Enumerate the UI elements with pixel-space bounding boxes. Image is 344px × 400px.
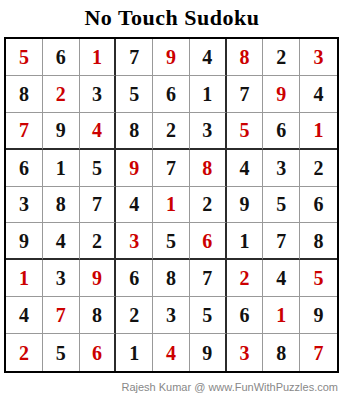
sudoku-board: 5617948238235617947948235616159784323874… xyxy=(4,37,339,373)
cell-r5c9: 6 xyxy=(300,187,337,224)
cell-r7c9: 5 xyxy=(300,260,337,297)
cell-r7c6: 7 xyxy=(190,260,227,297)
cell-r1c3: 1 xyxy=(80,39,117,76)
cell-r8c5: 3 xyxy=(153,297,190,334)
cell-r5c3: 7 xyxy=(80,187,117,224)
cell-r2c9: 4 xyxy=(300,76,337,113)
cell-r8c4: 2 xyxy=(116,297,153,334)
cell-r1c6: 4 xyxy=(190,39,227,76)
puzzle-page: No Touch Sudoku 561794823823561794794823… xyxy=(0,0,344,400)
cell-r6c7: 1 xyxy=(227,223,264,260)
cell-r1c8: 2 xyxy=(263,39,300,76)
cell-r7c5: 8 xyxy=(153,260,190,297)
cell-r8c3: 8 xyxy=(80,297,117,334)
cell-r6c4: 3 xyxy=(116,223,153,260)
cell-r4c7: 4 xyxy=(227,150,264,187)
cell-r4c5: 7 xyxy=(153,150,190,187)
cell-r5c7: 9 xyxy=(227,187,264,224)
cell-r9c6: 9 xyxy=(190,334,227,371)
cell-r3c1: 7 xyxy=(6,113,43,150)
cell-r9c1: 2 xyxy=(6,334,43,371)
cell-r2c3: 3 xyxy=(80,76,117,113)
cell-r1c9: 3 xyxy=(300,39,337,76)
cell-r9c9: 7 xyxy=(300,334,337,371)
cell-r5c1: 3 xyxy=(6,187,43,224)
cell-r3c9: 1 xyxy=(300,113,337,150)
cell-r1c2: 6 xyxy=(43,39,80,76)
cell-r9c8: 8 xyxy=(263,334,300,371)
cell-r3c3: 4 xyxy=(80,113,117,150)
cell-r7c7: 2 xyxy=(227,260,264,297)
cell-r4c8: 3 xyxy=(263,150,300,187)
cell-r8c6: 5 xyxy=(190,297,227,334)
cell-r4c6: 8 xyxy=(190,150,227,187)
puzzle-title: No Touch Sudoku xyxy=(0,0,344,31)
cell-r2c1: 8 xyxy=(6,76,43,113)
cell-r2c2: 2 xyxy=(43,76,80,113)
cell-r3c8: 6 xyxy=(263,113,300,150)
cell-r3c4: 8 xyxy=(116,113,153,150)
cell-r2c7: 7 xyxy=(227,76,264,113)
cell-r4c1: 6 xyxy=(6,150,43,187)
cell-r3c7: 5 xyxy=(227,113,264,150)
cell-r1c1: 5 xyxy=(6,39,43,76)
cell-r7c1: 1 xyxy=(6,260,43,297)
cell-r4c2: 1 xyxy=(43,150,80,187)
cell-r8c7: 6 xyxy=(227,297,264,334)
cell-r4c9: 2 xyxy=(300,150,337,187)
cell-r5c4: 4 xyxy=(116,187,153,224)
cell-r1c7: 8 xyxy=(227,39,264,76)
cell-r8c2: 7 xyxy=(43,297,80,334)
cell-r8c9: 9 xyxy=(300,297,337,334)
cell-r6c2: 4 xyxy=(43,223,80,260)
cell-r8c8: 1 xyxy=(263,297,300,334)
cell-r7c8: 4 xyxy=(263,260,300,297)
cell-r2c8: 9 xyxy=(263,76,300,113)
cell-r3c6: 3 xyxy=(190,113,227,150)
cell-r2c5: 6 xyxy=(153,76,190,113)
cell-r6c5: 5 xyxy=(153,223,190,260)
cell-r7c2: 3 xyxy=(43,260,80,297)
cell-r8c1: 4 xyxy=(6,297,43,334)
cell-r7c3: 9 xyxy=(80,260,117,297)
cell-r7c4: 6 xyxy=(116,260,153,297)
cell-r4c4: 9 xyxy=(116,150,153,187)
cell-r5c2: 8 xyxy=(43,187,80,224)
cell-r9c7: 3 xyxy=(227,334,264,371)
credit-line: Rajesh Kumar @ www.FunWithPuzzles.com xyxy=(0,381,338,393)
cell-r2c4: 5 xyxy=(116,76,153,113)
cell-r9c5: 4 xyxy=(153,334,190,371)
cell-r5c5: 1 xyxy=(153,187,190,224)
cell-r3c5: 2 xyxy=(153,113,190,150)
cell-r6c3: 2 xyxy=(80,223,117,260)
cell-r9c2: 5 xyxy=(43,334,80,371)
cell-r5c6: 2 xyxy=(190,187,227,224)
cell-r1c5: 9 xyxy=(153,39,190,76)
cell-r6c8: 7 xyxy=(263,223,300,260)
cell-r6c1: 9 xyxy=(6,223,43,260)
cell-r6c6: 6 xyxy=(190,223,227,260)
cell-r4c3: 5 xyxy=(80,150,117,187)
cell-r2c6: 1 xyxy=(190,76,227,113)
cell-r3c2: 9 xyxy=(43,113,80,150)
cell-r5c8: 5 xyxy=(263,187,300,224)
cell-r9c3: 6 xyxy=(80,334,117,371)
cell-r6c9: 8 xyxy=(300,223,337,260)
cell-r1c4: 7 xyxy=(116,39,153,76)
cell-r9c4: 1 xyxy=(116,334,153,371)
